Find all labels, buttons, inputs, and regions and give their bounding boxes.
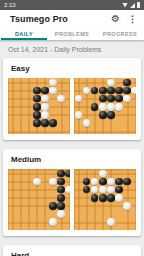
black-stone [107, 95, 115, 103]
tab-daily-label: DAILY [15, 31, 33, 37]
black-stone [99, 87, 107, 95]
white-stone [99, 103, 107, 111]
go-board-medium-2[interactable] [74, 169, 136, 230]
black-stone [41, 119, 49, 127]
medium-section-card: Medium [3, 149, 141, 236]
black-stone [107, 194, 115, 202]
easy-section-label: Easy [8, 62, 136, 78]
white-stone [91, 178, 99, 186]
tab-progress[interactable]: PROGRESS [96, 27, 144, 40]
go-board-medium-1[interactable] [8, 169, 70, 230]
tab-problems-label: PROBLEMS [55, 31, 89, 37]
white-stone [33, 178, 41, 186]
white-stone [41, 95, 49, 103]
white-stone [49, 178, 57, 186]
black-stone [33, 87, 41, 95]
tab-daily[interactable]: DAILY [0, 27, 48, 40]
black-stone [33, 103, 41, 111]
easy-section-card: Easy [3, 58, 141, 140]
white-stone [123, 95, 131, 103]
white-stone [131, 87, 136, 95]
black-stone [123, 178, 131, 186]
easy-boards-row [8, 78, 136, 134]
white-stone [83, 87, 91, 95]
white-stone [49, 218, 57, 226]
app-screen: 2:13 Tsumego Pro ⚙ ⋮ DAILY PROBLEMS PROG… [0, 0, 144, 256]
black-stone [83, 178, 91, 186]
black-stone [91, 103, 99, 111]
black-stone [115, 178, 123, 186]
black-stone [57, 202, 65, 210]
black-stone [115, 87, 123, 95]
black-stone [123, 79, 131, 87]
white-stone [123, 202, 131, 210]
clock: 2:13 [4, 0, 16, 10]
white-stone [41, 111, 49, 119]
black-stone [33, 119, 41, 127]
black-stone [57, 186, 65, 194]
white-stone [41, 103, 49, 111]
black-stone [91, 87, 99, 95]
black-stone [83, 186, 91, 194]
black-stone [49, 202, 57, 210]
white-stone [75, 95, 83, 103]
black-stone [99, 178, 107, 186]
black-stone [49, 119, 57, 127]
medium-section-label: Medium [8, 153, 136, 169]
status-icons [122, 2, 140, 8]
app-title: Tsumego Pro [10, 14, 111, 24]
tab-problems[interactable]: PROBLEMS [48, 27, 96, 40]
battery-icon [137, 2, 140, 8]
white-stone [107, 178, 115, 186]
black-stone [57, 194, 65, 202]
black-stone [99, 111, 107, 119]
white-stone [99, 186, 107, 194]
black-stone [115, 186, 123, 194]
black-stone [57, 170, 65, 178]
white-stone [49, 79, 57, 87]
status-bar: 2:13 [0, 0, 144, 10]
medium-boards-row [8, 169, 136, 230]
black-stone [115, 95, 123, 103]
white-stone [115, 103, 123, 111]
white-stone [49, 87, 57, 95]
hard-section-label: Hard [8, 249, 136, 256]
white-stone [57, 95, 65, 103]
date-header: Oct 14, 2021 - Daily Problems [0, 40, 144, 58]
black-stone [99, 95, 107, 103]
black-stone [57, 178, 65, 186]
go-board-easy-2[interactable] [74, 78, 136, 134]
wifi-icon [122, 3, 128, 8]
black-stone [65, 170, 70, 178]
hard-section-card: Hard [3, 245, 141, 256]
white-stone [99, 170, 107, 178]
tab-progress-label: PROGRESS [103, 31, 137, 37]
settings-gear-icon[interactable]: ⚙ [111, 14, 120, 24]
black-stone [107, 87, 115, 95]
active-tab-indicator [1, 38, 47, 40]
app-bar: Tsumego Pro ⚙ ⋮ [0, 10, 144, 27]
white-stone [115, 194, 123, 202]
black-stone [33, 111, 41, 119]
tab-bar: DAILY PROBLEMS PROGRESS [0, 27, 144, 40]
white-stone [107, 186, 115, 194]
white-stone [75, 111, 83, 119]
white-stone [107, 103, 115, 111]
white-stone [107, 79, 115, 87]
white-stone [107, 218, 115, 226]
go-board-easy-1[interactable] [8, 78, 70, 134]
overflow-menu-icon[interactable]: ⋮ [128, 14, 137, 24]
black-stone [91, 194, 99, 202]
black-stone [99, 194, 107, 202]
black-stone [123, 87, 131, 95]
white-stone [65, 186, 70, 194]
black-stone [41, 87, 49, 95]
black-stone [107, 111, 115, 119]
black-stone [33, 95, 41, 103]
white-stone [91, 186, 99, 194]
white-stone [57, 210, 65, 218]
white-stone [83, 119, 91, 127]
signal-icon [130, 3, 135, 8]
